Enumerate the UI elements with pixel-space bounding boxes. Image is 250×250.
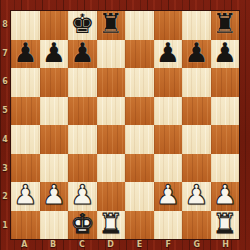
square-h5[interactable] <box>211 97 240 126</box>
black-king-c8: ♚ <box>70 11 94 38</box>
file-label-c: C <box>68 238 97 250</box>
white-king-c1: ♚ <box>70 211 94 238</box>
square-c2[interactable]: ♟ <box>68 182 97 211</box>
square-e3[interactable] <box>125 154 154 183</box>
rank-label-7: 7 <box>0 39 10 68</box>
white-pawn-f2: ♟ <box>156 182 180 209</box>
rank-label-2: 2 <box>0 183 10 212</box>
square-d7[interactable] <box>97 40 126 69</box>
square-d1[interactable]: ♜ <box>97 211 126 240</box>
black-pawn-b7: ♟ <box>42 40 66 67</box>
square-a3[interactable] <box>11 154 40 183</box>
square-a8[interactable] <box>11 11 40 40</box>
square-h8[interactable]: ♜ <box>211 11 240 40</box>
white-pawn-c2: ♟ <box>70 182 94 209</box>
square-c1[interactable]: ♚ <box>68 211 97 240</box>
square-h3[interactable] <box>211 154 240 183</box>
square-e5[interactable] <box>125 97 154 126</box>
black-pawn-c7: ♟ <box>70 40 94 67</box>
square-d3[interactable] <box>97 154 126 183</box>
square-g3[interactable] <box>182 154 211 183</box>
white-rook-d1: ♜ <box>99 211 123 238</box>
square-a4[interactable] <box>11 125 40 154</box>
square-g2[interactable]: ♟ <box>182 182 211 211</box>
square-b3[interactable] <box>40 154 69 183</box>
square-f6[interactable] <box>154 68 183 97</box>
file-label-g: G <box>183 238 212 250</box>
file-label-h: H <box>211 238 240 250</box>
rank-label-1: 1 <box>0 211 10 240</box>
square-f8[interactable] <box>154 11 183 40</box>
rank-label-5: 5 <box>0 96 10 125</box>
square-e2[interactable] <box>125 182 154 211</box>
square-f1[interactable] <box>154 211 183 240</box>
file-label-b: B <box>39 238 68 250</box>
square-e6[interactable] <box>125 68 154 97</box>
square-f2[interactable]: ♟ <box>154 182 183 211</box>
square-e4[interactable] <box>125 125 154 154</box>
square-h1[interactable]: ♜ <box>211 211 240 240</box>
square-b8[interactable] <box>40 11 69 40</box>
chess-board: ♚♜♜♟♟♟♟♟♟♟♟♟♟♟♟♚♜♜ <box>10 10 240 240</box>
square-b1[interactable] <box>40 211 69 240</box>
square-a1[interactable] <box>11 211 40 240</box>
square-e7[interactable] <box>125 40 154 69</box>
square-h2[interactable]: ♟ <box>211 182 240 211</box>
square-h7[interactable]: ♟ <box>211 40 240 69</box>
square-d4[interactable] <box>97 125 126 154</box>
square-d6[interactable] <box>97 68 126 97</box>
black-rook-d8: ♜ <box>99 11 123 38</box>
white-pawn-h2: ♟ <box>213 182 237 209</box>
square-f3[interactable] <box>154 154 183 183</box>
file-label-d: D <box>96 238 125 250</box>
square-d2[interactable] <box>97 182 126 211</box>
square-b5[interactable] <box>40 97 69 126</box>
file-label-f: F <box>154 238 183 250</box>
white-pawn-a2: ♟ <box>13 182 37 209</box>
square-d5[interactable] <box>97 97 126 126</box>
black-pawn-g7: ♟ <box>184 40 208 67</box>
square-b4[interactable] <box>40 125 69 154</box>
square-g6[interactable] <box>182 68 211 97</box>
black-pawn-h7: ♟ <box>213 40 237 67</box>
rank-label-3: 3 <box>0 154 10 183</box>
square-c5[interactable] <box>68 97 97 126</box>
square-b6[interactable] <box>40 68 69 97</box>
square-c7[interactable]: ♟ <box>68 40 97 69</box>
black-pawn-f7: ♟ <box>156 40 180 67</box>
square-c6[interactable] <box>68 68 97 97</box>
rank-label-8: 8 <box>0 10 10 39</box>
chess-diagram: ♚♜♜♟♟♟♟♟♟♟♟♟♟♟♟♚♜♜ 87654321 ABCDEFGH <box>0 0 250 250</box>
square-c3[interactable] <box>68 154 97 183</box>
square-a6[interactable] <box>11 68 40 97</box>
square-e8[interactable] <box>125 11 154 40</box>
black-rook-h8: ♜ <box>213 11 237 38</box>
white-pawn-g2: ♟ <box>184 182 208 209</box>
square-b7[interactable]: ♟ <box>40 40 69 69</box>
rank-labels: 87654321 <box>0 10 10 240</box>
file-labels: ABCDEFGH <box>10 238 240 250</box>
square-g8[interactable] <box>182 11 211 40</box>
square-d8[interactable]: ♜ <box>97 11 126 40</box>
square-h4[interactable] <box>211 125 240 154</box>
rank-label-4: 4 <box>0 125 10 154</box>
square-g7[interactable]: ♟ <box>182 40 211 69</box>
white-pawn-b2: ♟ <box>42 182 66 209</box>
square-g1[interactable] <box>182 211 211 240</box>
square-c4[interactable] <box>68 125 97 154</box>
square-g4[interactable] <box>182 125 211 154</box>
file-label-e: E <box>125 238 154 250</box>
square-f4[interactable] <box>154 125 183 154</box>
square-e1[interactable] <box>125 211 154 240</box>
rank-label-6: 6 <box>0 68 10 97</box>
square-b2[interactable]: ♟ <box>40 182 69 211</box>
square-h6[interactable] <box>211 68 240 97</box>
square-f5[interactable] <box>154 97 183 126</box>
white-rook-h1: ♜ <box>213 211 237 238</box>
square-a2[interactable]: ♟ <box>11 182 40 211</box>
square-g5[interactable] <box>182 97 211 126</box>
square-a7[interactable]: ♟ <box>11 40 40 69</box>
square-c8[interactable]: ♚ <box>68 11 97 40</box>
square-a5[interactable] <box>11 97 40 126</box>
square-f7[interactable]: ♟ <box>154 40 183 69</box>
file-label-a: A <box>10 238 39 250</box>
black-pawn-a7: ♟ <box>13 40 37 67</box>
